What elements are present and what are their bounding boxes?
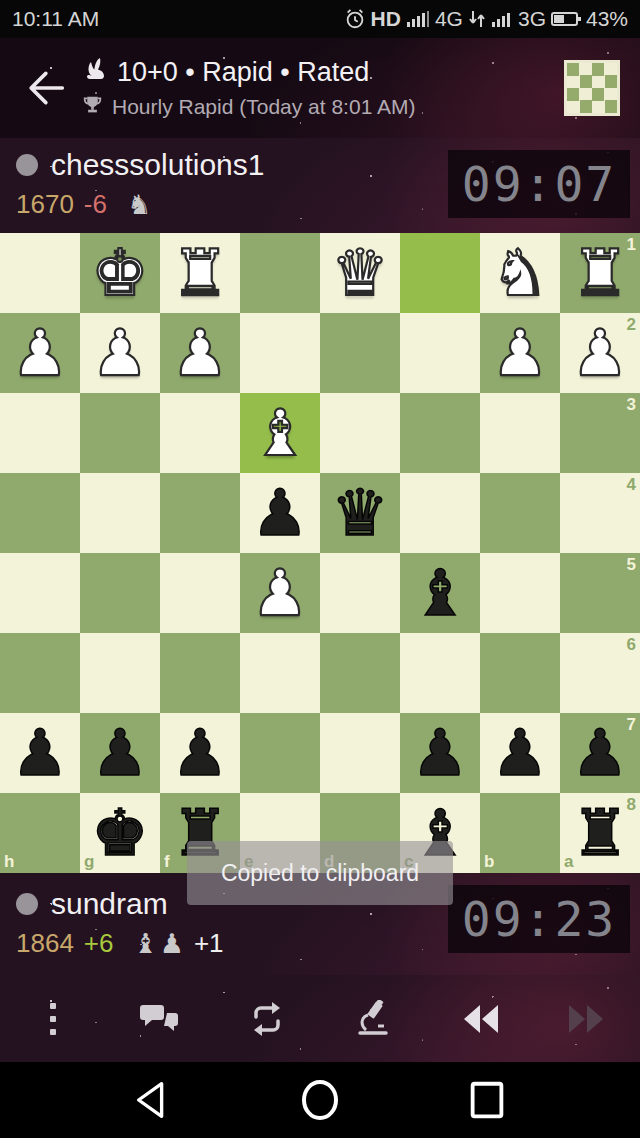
square-c2[interactable] [400, 313, 480, 393]
chat-button[interactable] [107, 975, 214, 1062]
black-pawn: ♟ [160, 713, 240, 793]
rank-label-8: 8 [627, 796, 636, 813]
phone-screen: 10:11 AM HD 4G 3G 43% [0, 0, 640, 1138]
square-b7[interactable]: ♟ [480, 713, 560, 793]
trophy-icon [82, 94, 103, 120]
back-triangle-icon [130, 1077, 176, 1123]
square-c6[interactable] [400, 633, 480, 713]
square-a6[interactable]: 6 [560, 633, 640, 713]
square-h4[interactable] [0, 473, 80, 553]
white-knight: ♞ [480, 233, 560, 313]
game-info: 10+0 • Rapid • Rated Hourly Rapid (Today… [82, 56, 564, 120]
square-g3[interactable] [80, 393, 160, 473]
square-h7[interactable]: ♟ [0, 713, 80, 793]
player-top: chesssolutions1 1670 -6 ♞ 09:07 [0, 138, 640, 233]
square-d1[interactable]: ♛ [320, 233, 400, 313]
rank-label-5: 5 [627, 556, 636, 573]
alarm-clock-icon [344, 8, 366, 30]
file-label-f: f [164, 853, 170, 870]
battery-percent: 43% [586, 7, 628, 31]
signal-bars-icon-2 [491, 10, 513, 28]
square-a4[interactable]: 4 [560, 473, 640, 553]
square-d5[interactable] [320, 553, 400, 633]
square-a8[interactable]: ♜8a [560, 793, 640, 873]
square-f2[interactable]: ♟ [160, 313, 240, 393]
captured-pawn-icon: ♟ [160, 930, 184, 957]
square-g1[interactable]: ♚ [80, 233, 160, 313]
flip-board-icon [248, 1001, 286, 1037]
white-pawn: ♟ [480, 313, 560, 393]
microscope-icon [354, 1000, 392, 1038]
status-time: 10:11 AM [12, 7, 99, 31]
square-b4[interactable] [480, 473, 560, 553]
nav-back-button[interactable] [130, 1077, 176, 1123]
square-f4[interactable] [160, 473, 240, 553]
back-arrow-icon [22, 66, 66, 110]
menu-button[interactable] [0, 975, 107, 1062]
home-circle-icon [296, 1076, 344, 1124]
nav-recents-button[interactable] [464, 1077, 510, 1123]
square-f7[interactable]: ♟ [160, 713, 240, 793]
toast-text: Copied to clipboard [221, 860, 419, 887]
file-label-b: b [484, 853, 494, 870]
square-e7[interactable] [240, 713, 320, 793]
signal-bars-icon [406, 10, 430, 28]
rapid-rabbit-icon [82, 56, 108, 89]
square-a7[interactable]: ♟7 [560, 713, 640, 793]
app-header: 10+0 • Rapid • Rated Hourly Rapid (Today… [0, 38, 640, 138]
analysis-button[interactable] [320, 975, 427, 1062]
nav-home-button[interactable] [296, 1076, 344, 1124]
square-g4[interactable] [80, 473, 160, 553]
square-c4[interactable] [400, 473, 480, 553]
square-b5[interactable] [480, 553, 560, 633]
rank-label-1: 1 [627, 236, 636, 253]
player-top-clock: 09:07 [448, 150, 630, 218]
square-b2[interactable]: ♟ [480, 313, 560, 393]
updown-arrows-icon [468, 9, 486, 29]
hd-indicator: HD [371, 7, 401, 31]
square-a5[interactable]: 5 [560, 553, 640, 633]
square-f6[interactable] [160, 633, 240, 713]
player-status-dot [16, 154, 38, 176]
square-b3[interactable] [480, 393, 560, 473]
tournament-info: Hourly Rapid (Today at 8:01 AM) [112, 95, 415, 119]
square-h2[interactable]: ♟ [0, 313, 80, 393]
fast-forward-icon [567, 1002, 607, 1036]
square-f1[interactable]: ♜ [160, 233, 240, 313]
black-bishop: ♝ [400, 553, 480, 633]
recents-square-icon [464, 1077, 510, 1123]
square-e1[interactable] [240, 233, 320, 313]
white-pawn: ♟ [240, 553, 320, 633]
white-king: ♚ [80, 233, 160, 313]
square-e4[interactable]: ♟ [240, 473, 320, 553]
flip-board-button[interactable] [213, 975, 320, 1062]
square-e2[interactable] [240, 313, 320, 393]
square-c7[interactable]: ♟ [400, 713, 480, 793]
file-label-g: g [84, 853, 94, 870]
square-h1[interactable] [0, 233, 80, 313]
square-b8[interactable]: b [480, 793, 560, 873]
rank-label-6: 6 [627, 636, 636, 653]
black-pawn: ♟ [240, 473, 320, 553]
white-queen: ♛ [320, 233, 400, 313]
square-a2[interactable]: ♟2 [560, 313, 640, 393]
white-pawn: ♟ [0, 313, 80, 393]
square-c5[interactable]: ♝ [400, 553, 480, 633]
square-c1[interactable] [400, 233, 480, 313]
player-top-rating: 1670 [16, 189, 74, 220]
square-f3[interactable] [160, 393, 240, 473]
battery-icon [551, 10, 581, 28]
rewind-icon [460, 1002, 500, 1036]
square-c3[interactable] [400, 393, 480, 473]
square-d4[interactable]: ♛ [320, 473, 400, 553]
white-rook: ♜ [160, 233, 240, 313]
square-d2[interactable] [320, 313, 400, 393]
square-d3[interactable] [320, 393, 400, 473]
status-bar: 10:11 AM HD 4G 3G 43% [0, 0, 640, 38]
back-button[interactable] [16, 60, 72, 116]
material-advantage: +1 [194, 928, 224, 959]
player-bottom-rating: 1864 [16, 928, 74, 959]
square-d7[interactable] [320, 713, 400, 793]
rewind-button[interactable] [427, 975, 534, 1062]
white-bishop: ♝ [240, 393, 320, 473]
square-e3[interactable]: ♝ [240, 393, 320, 473]
player-bottom-name[interactable]: sundram [51, 887, 168, 921]
chat-icon [140, 1001, 180, 1037]
white-pawn: ♟ [80, 313, 160, 393]
black-pawn: ♟ [400, 713, 480, 793]
square-h6[interactable] [0, 633, 80, 713]
white-pawn: ♟ [160, 313, 240, 393]
player-top-name[interactable]: chesssolutions1 [51, 148, 264, 182]
rank-label-3: 3 [627, 396, 636, 413]
rank-label-4: 4 [627, 476, 636, 493]
chess-board: ♚♜♛♞♜1♟♟♟♟♟2♝3♟♛4♟♝56♟♟♟♟♟♟7h♚g♜fed♝cb♜8… [0, 233, 640, 873]
square-g8[interactable]: ♚g [80, 793, 160, 873]
square-f5[interactable] [160, 553, 240, 633]
square-h8[interactable]: h [0, 793, 80, 873]
file-label-a: a [564, 853, 573, 870]
android-navbar [0, 1062, 640, 1138]
player-top-rating-diff: -6 [84, 189, 107, 220]
square-e5[interactable]: ♟ [240, 553, 320, 633]
player-bottom-captured-tray: ♝♟ [134, 930, 184, 957]
black-pawn: ♟ [80, 713, 160, 793]
square-g7[interactable]: ♟ [80, 713, 160, 793]
square-a1[interactable]: ♜1 [560, 233, 640, 313]
player-top-captured-tray: ♞ [127, 191, 151, 218]
square-g2[interactable]: ♟ [80, 313, 160, 393]
square-g6[interactable] [80, 633, 160, 713]
square-a3[interactable]: 3 [560, 393, 640, 473]
mini-board-icon[interactable] [564, 60, 620, 116]
square-h3[interactable] [0, 393, 80, 473]
captured-bishop-icon: ♝ [134, 930, 158, 957]
player-bottom-rating-diff: +6 [84, 928, 114, 959]
game-title: 10+0 • Rapid • Rated [117, 57, 369, 88]
black-pawn: ♟ [480, 713, 560, 793]
network-type-2: 3G [518, 7, 546, 31]
black-pawn: ♟ [0, 713, 80, 793]
black-queen: ♛ [320, 473, 400, 553]
rank-label-7: 7 [627, 716, 636, 733]
player-status-dot [16, 893, 38, 915]
square-e6[interactable] [240, 633, 320, 713]
rank-label-2: 2 [627, 316, 636, 333]
network-type-1: 4G [435, 7, 463, 31]
player-bottom-clock: 09:23 [448, 885, 630, 953]
square-d6[interactable] [320, 633, 400, 713]
file-label-h: h [4, 853, 14, 870]
square-g5[interactable] [80, 553, 160, 633]
square-h5[interactable] [0, 553, 80, 633]
fast-forward-button[interactable] [533, 975, 640, 1062]
square-b1[interactable]: ♞ [480, 233, 560, 313]
bottom-toolbar [0, 975, 640, 1062]
captured-knight-icon: ♞ [127, 191, 151, 218]
kebab-menu-icon [48, 1001, 58, 1037]
square-b6[interactable] [480, 633, 560, 713]
toast-copied: Copied to clipboard [187, 841, 453, 905]
